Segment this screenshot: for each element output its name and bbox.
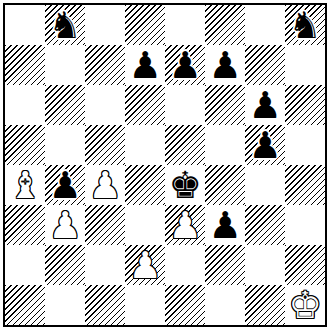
square-a4[interactable]: ♝ xyxy=(5,165,45,205)
square-a8[interactable] xyxy=(5,5,45,45)
square-h2[interactable] xyxy=(285,245,325,285)
white-king-h1: ♚ xyxy=(288,287,321,324)
square-f2[interactable] xyxy=(205,245,245,285)
square-c2[interactable] xyxy=(85,245,125,285)
square-c4[interactable]: ♟ xyxy=(85,165,125,205)
square-e4[interactable]: ♚ xyxy=(165,165,205,205)
black-pawn-g5: ♟ xyxy=(248,127,281,164)
square-g5[interactable]: ♟ xyxy=(245,125,285,165)
square-a5[interactable] xyxy=(5,125,45,165)
square-f1[interactable] xyxy=(205,285,245,325)
square-e6[interactable] xyxy=(165,85,205,125)
square-b7[interactable] xyxy=(45,45,85,85)
square-f3[interactable]: ♟ xyxy=(205,205,245,245)
square-a3[interactable] xyxy=(5,205,45,245)
black-pawn-b4: ♟ xyxy=(48,167,81,204)
square-h3[interactable] xyxy=(285,205,325,245)
square-d8[interactable] xyxy=(125,5,165,45)
black-pawn-f7: ♟ xyxy=(208,47,241,84)
square-f6[interactable] xyxy=(205,85,245,125)
black-knight-h8: ♞ xyxy=(288,7,321,44)
square-g7[interactable] xyxy=(245,45,285,85)
square-a7[interactable] xyxy=(5,45,45,85)
square-b4[interactable]: ♟ xyxy=(45,165,85,205)
square-d1[interactable] xyxy=(125,285,165,325)
square-e7[interactable]: ♟ xyxy=(165,45,205,85)
square-g4[interactable] xyxy=(245,165,285,205)
black-pawn-g6: ♟ xyxy=(248,87,281,124)
square-b6[interactable] xyxy=(45,85,85,125)
square-c7[interactable] xyxy=(85,45,125,85)
square-f7[interactable]: ♟ xyxy=(205,45,245,85)
white-pawn-d2: ♟ xyxy=(128,247,161,284)
square-d6[interactable] xyxy=(125,85,165,125)
square-g1[interactable] xyxy=(245,285,285,325)
square-c5[interactable] xyxy=(85,125,125,165)
square-e2[interactable] xyxy=(165,245,205,285)
square-h8[interactable]: ♞ xyxy=(285,5,325,45)
black-pawn-e7: ♟ xyxy=(168,47,201,84)
square-e5[interactable] xyxy=(165,125,205,165)
square-d5[interactable] xyxy=(125,125,165,165)
square-e3[interactable]: ♟ xyxy=(165,205,205,245)
square-h6[interactable] xyxy=(285,85,325,125)
square-g6[interactable]: ♟ xyxy=(245,85,285,125)
black-king-e4: ♚ xyxy=(168,167,201,204)
square-c3[interactable] xyxy=(85,205,125,245)
square-h5[interactable] xyxy=(285,125,325,165)
white-pawn-e3: ♟ xyxy=(168,207,201,244)
square-a6[interactable] xyxy=(5,85,45,125)
black-pawn-f3: ♟ xyxy=(208,207,241,244)
white-bishop-a4: ♝ xyxy=(8,167,41,204)
square-f5[interactable] xyxy=(205,125,245,165)
square-f8[interactable] xyxy=(205,5,245,45)
square-d4[interactable] xyxy=(125,165,165,205)
square-b1[interactable] xyxy=(45,285,85,325)
square-b3[interactable]: ♟ xyxy=(45,205,85,245)
black-pawn-d7: ♟ xyxy=(128,47,161,84)
square-a2[interactable] xyxy=(5,245,45,285)
square-e1[interactable] xyxy=(165,285,205,325)
square-d2[interactable]: ♟ xyxy=(125,245,165,285)
square-e8[interactable] xyxy=(165,5,205,45)
chess-board: ♞♞♟♟♟♟♟♝♟♟♚♟♟♟♟♚ xyxy=(5,5,325,325)
square-c6[interactable] xyxy=(85,85,125,125)
board-frame: ♞♞♟♟♟♟♟♝♟♟♚♟♟♟♟♚ xyxy=(3,3,327,327)
square-a1[interactable] xyxy=(5,285,45,325)
square-d7[interactable]: ♟ xyxy=(125,45,165,85)
square-g2[interactable] xyxy=(245,245,285,285)
square-b5[interactable] xyxy=(45,125,85,165)
square-d3[interactable] xyxy=(125,205,165,245)
square-h4[interactable] xyxy=(285,165,325,205)
black-knight-b8: ♞ xyxy=(48,7,81,44)
square-h1[interactable]: ♚ xyxy=(285,285,325,325)
square-b2[interactable] xyxy=(45,245,85,285)
square-f4[interactable] xyxy=(205,165,245,205)
white-pawn-b3: ♟ xyxy=(48,207,81,244)
square-h7[interactable] xyxy=(285,45,325,85)
square-c1[interactable] xyxy=(85,285,125,325)
square-c8[interactable] xyxy=(85,5,125,45)
square-g3[interactable] xyxy=(245,205,285,245)
square-b8[interactable]: ♞ xyxy=(45,5,85,45)
square-g8[interactable] xyxy=(245,5,285,45)
white-pawn-c4: ♟ xyxy=(88,167,121,204)
